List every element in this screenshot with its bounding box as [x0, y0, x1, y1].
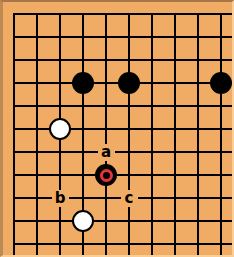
intersection-3-5 [49, 95, 72, 118]
intersection-8-5 [164, 95, 187, 118]
intersection-3-6 [49, 118, 72, 141]
intersection-2-4 [26, 72, 49, 95]
marked-black-stone [95, 164, 117, 186]
intersection-10-3 [210, 49, 233, 72]
intersection-2-3 [26, 49, 49, 72]
intersection-9-7 [187, 141, 210, 164]
intersection-3-8 [49, 164, 72, 187]
intersection-2-2 [26, 26, 49, 49]
intersection-3-9: b [49, 187, 72, 210]
intersection-6-3 [118, 49, 141, 72]
intersection-8-7 [164, 141, 187, 164]
intersection-4-2 [72, 26, 95, 49]
intersection-1-10 [3, 210, 26, 233]
intersection-4-10 [72, 210, 95, 233]
intersection-5-9 [95, 187, 118, 210]
intersection-10-2 [210, 26, 233, 49]
intersection-6-4 [118, 72, 141, 95]
intersection-9-6 [187, 118, 210, 141]
intersection-4-5 [72, 95, 95, 118]
intersection-2-6 [26, 118, 49, 141]
intersection-5-2 [95, 26, 118, 49]
intersection-10-6 [210, 118, 233, 141]
intersection-5-4 [95, 72, 118, 95]
intersection-8-3 [164, 49, 187, 72]
intersection-10-4 [210, 72, 233, 95]
intersection-9-5 [187, 95, 210, 118]
intersection-7-1 [141, 3, 164, 26]
intersection-2-5 [26, 95, 49, 118]
intersection-3-10 [49, 210, 72, 233]
intersection-7-6 [141, 118, 164, 141]
intersection-4-4 [72, 72, 95, 95]
intersection-5-11 [95, 233, 118, 256]
intersection-5-5 [95, 95, 118, 118]
intersection-9-2 [187, 26, 210, 49]
intersection-9-9 [187, 187, 210, 210]
intersection-2-9 [26, 187, 49, 210]
intersection-8-6 [164, 118, 187, 141]
intersection-7-9 [141, 187, 164, 210]
intersection-8-8 [164, 164, 187, 187]
intersection-9-8 [187, 164, 210, 187]
intersection-4-3 [72, 49, 95, 72]
intersection-5-7: a [95, 141, 118, 164]
intersection-5-3 [95, 49, 118, 72]
intersection-1-8 [3, 164, 26, 187]
intersection-5-6 [95, 118, 118, 141]
intersection-6-2 [118, 26, 141, 49]
intersection-6-6 [118, 118, 141, 141]
intersection-6-10 [118, 210, 141, 233]
intersection-2-11 [26, 233, 49, 256]
intersection-1-2 [3, 26, 26, 49]
intersection-10-7 [210, 141, 233, 164]
intersection-8-10 [164, 210, 187, 233]
intersection-8-9 [164, 187, 187, 210]
intersection-3-4 [49, 72, 72, 95]
intersection-6-1 [118, 3, 141, 26]
point-label-b: b [52, 190, 69, 207]
intersection-7-3 [141, 49, 164, 72]
intersection-10-1 [210, 3, 233, 26]
intersection-5-8 [95, 164, 118, 187]
intersection-2-7 [26, 141, 49, 164]
black-stone [210, 72, 232, 94]
intersection-10-10 [210, 210, 233, 233]
intersection-1-3 [3, 49, 26, 72]
intersection-1-11 [3, 233, 26, 256]
intersection-8-4 [164, 72, 187, 95]
intersection-4-11 [72, 233, 95, 256]
intersection-7-4 [141, 72, 164, 95]
intersection-3-2 [49, 26, 72, 49]
intersection-8-1 [164, 3, 187, 26]
intersection-6-8 [118, 164, 141, 187]
intersection-10-8 [210, 164, 233, 187]
intersection-9-11 [187, 233, 210, 256]
point-label-c: c [121, 190, 138, 207]
black-stone [118, 72, 140, 94]
intersection-1-1 [3, 3, 26, 26]
intersection-10-5 [210, 95, 233, 118]
point-label-a: a [98, 144, 115, 161]
intersection-3-3 [49, 49, 72, 72]
intersection-6-7 [118, 141, 141, 164]
intersection-9-3 [187, 49, 210, 72]
intersection-8-2 [164, 26, 187, 49]
intersection-2-10 [26, 210, 49, 233]
intersection-7-11 [141, 233, 164, 256]
white-stone [72, 210, 94, 232]
intersection-10-9 [210, 187, 233, 210]
intersection-7-8 [141, 164, 164, 187]
black-stone [72, 72, 94, 94]
intersection-4-1 [72, 3, 95, 26]
intersection-9-10 [187, 210, 210, 233]
intersection-1-7 [3, 141, 26, 164]
intersection-5-10 [95, 210, 118, 233]
intersections: abc [3, 3, 233, 256]
intersection-6-5 [118, 95, 141, 118]
intersection-3-1 [49, 3, 72, 26]
intersection-4-8 [72, 164, 95, 187]
intersection-3-7 [49, 141, 72, 164]
intersection-7-5 [141, 95, 164, 118]
intersection-7-2 [141, 26, 164, 49]
intersection-3-11 [49, 233, 72, 256]
intersection-4-6 [72, 118, 95, 141]
intersection-1-6 [3, 118, 26, 141]
intersection-7-10 [141, 210, 164, 233]
intersection-4-7 [72, 141, 95, 164]
intersection-7-7 [141, 141, 164, 164]
intersection-1-4 [3, 72, 26, 95]
red-circle-marker-icon [100, 169, 113, 182]
intersection-2-1 [26, 3, 49, 26]
intersection-1-5 [3, 95, 26, 118]
intersection-4-9 [72, 187, 95, 210]
white-stone [49, 118, 71, 140]
intersection-6-11 [118, 233, 141, 256]
go-board: abc [0, 0, 234, 257]
intersection-8-11 [164, 233, 187, 256]
intersection-9-4 [187, 72, 210, 95]
intersection-6-9: c [118, 187, 141, 210]
intersection-2-8 [26, 164, 49, 187]
intersection-10-11 [210, 233, 233, 256]
intersection-9-1 [187, 3, 210, 26]
intersection-5-1 [95, 3, 118, 26]
intersection-1-9 [3, 187, 26, 210]
